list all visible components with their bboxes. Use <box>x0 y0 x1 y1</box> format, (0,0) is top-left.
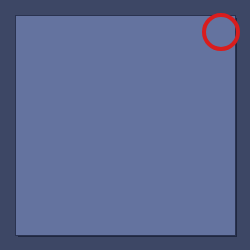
rank-labels <box>0 16 16 235</box>
chess-board <box>16 16 235 235</box>
file-labels <box>16 235 235 250</box>
chess-widget <box>0 0 250 250</box>
